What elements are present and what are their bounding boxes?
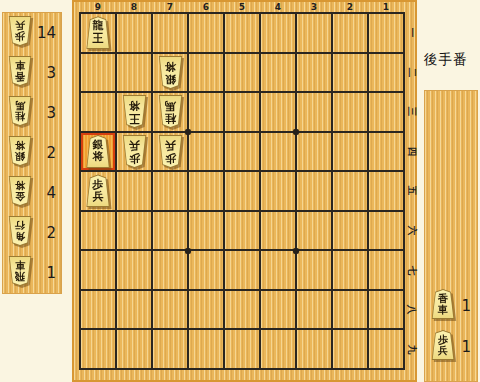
square-5-六[interactable] bbox=[225, 212, 259, 250]
square-5-五[interactable] bbox=[225, 172, 259, 210]
board-grid-wrap: 龍王銀将王将桂馬銀将歩兵歩兵歩兵 bbox=[79, 12, 405, 370]
gote-hand-count-knight: 3 bbox=[46, 104, 56, 122]
square-8-八[interactable] bbox=[117, 291, 151, 329]
sente-hand-item-lance[interactable]: 香車 1 bbox=[428, 288, 473, 324]
square-5-一[interactable] bbox=[225, 14, 259, 52]
gote-hand-count-pawn: 14 bbox=[37, 24, 56, 42]
square-7-四[interactable]: 歩兵 bbox=[153, 133, 187, 171]
square-4-八[interactable] bbox=[261, 291, 295, 329]
rank-label-1: 一 bbox=[406, 14, 418, 52]
square-9-五[interactable]: 歩兵 bbox=[81, 172, 115, 210]
star-point bbox=[293, 248, 299, 254]
square-8-六[interactable] bbox=[117, 212, 151, 250]
square-1-四[interactable] bbox=[369, 133, 403, 171]
gote-hand-item-knight[interactable]: 桂馬 3 bbox=[3, 93, 61, 133]
sente-hand-item-pawn[interactable]: 歩兵 1 bbox=[428, 329, 473, 365]
square-5-二[interactable] bbox=[225, 54, 259, 92]
square-9-三[interactable] bbox=[81, 93, 115, 131]
square-1-六[interactable] bbox=[369, 212, 403, 250]
star-point bbox=[185, 248, 191, 254]
square-2-二[interactable] bbox=[333, 54, 367, 92]
sente-hand-count-pawn: 1 bbox=[461, 338, 471, 356]
gote-hand-item-silver[interactable]: 銀将 2 bbox=[3, 133, 61, 173]
gote-hand-item-gold[interactable]: 金将 4 bbox=[3, 173, 61, 213]
gote-hand-count-bishop: 2 bbox=[46, 224, 56, 242]
gote-hand-count-rook: 1 bbox=[46, 264, 56, 282]
square-9-一[interactable]: 龍王 bbox=[81, 14, 115, 52]
square-3-三[interactable] bbox=[297, 93, 331, 131]
gote-hand-count-silver: 2 bbox=[46, 144, 56, 162]
square-2-四[interactable] bbox=[333, 133, 367, 171]
square-7-八[interactable] bbox=[153, 291, 187, 329]
square-8-二[interactable] bbox=[117, 54, 151, 92]
square-1-一[interactable] bbox=[369, 14, 403, 52]
square-5-三[interactable] bbox=[225, 93, 259, 131]
square-6-九[interactable] bbox=[189, 330, 223, 368]
square-7-九[interactable] bbox=[153, 330, 187, 368]
square-2-一[interactable] bbox=[333, 14, 367, 52]
gote-hand-item-lance[interactable]: 香車 3 bbox=[3, 53, 61, 93]
rank-label-9: 九 bbox=[406, 330, 418, 368]
piece-promoted-rook-sente[interactable]: 龍王 bbox=[85, 16, 112, 49]
square-4-四[interactable] bbox=[261, 133, 295, 171]
square-4-二[interactable] bbox=[261, 54, 295, 92]
square-7-七[interactable] bbox=[153, 251, 187, 289]
square-4-三[interactable] bbox=[261, 93, 295, 131]
square-1-三[interactable] bbox=[369, 93, 403, 131]
square-4-六[interactable] bbox=[261, 212, 295, 250]
square-7-五[interactable] bbox=[153, 172, 187, 210]
square-3-一[interactable] bbox=[297, 14, 331, 52]
rank-label-3: 三 bbox=[406, 93, 418, 131]
piece-pawn-gote[interactable]: 歩兵 bbox=[121, 135, 148, 168]
square-3-七[interactable] bbox=[297, 251, 331, 289]
square-2-三[interactable] bbox=[333, 93, 367, 131]
piece-knight-gote[interactable]: 桂馬 bbox=[157, 95, 184, 128]
piece-silver-sente[interactable]: 銀将 bbox=[85, 135, 112, 168]
turn-indicator: 後手番 bbox=[424, 51, 468, 69]
rank-label-6: 六 bbox=[406, 212, 418, 250]
square-9-八[interactable] bbox=[81, 291, 115, 329]
piece-gold-gote[interactable]: 金将 bbox=[7, 176, 33, 206]
star-point bbox=[185, 129, 191, 135]
square-9-二[interactable] bbox=[81, 54, 115, 92]
square-9-九[interactable] bbox=[81, 330, 115, 368]
square-6-七[interactable] bbox=[189, 251, 223, 289]
square-2-六[interactable] bbox=[333, 212, 367, 250]
gote-hand-count-gold: 4 bbox=[46, 184, 56, 202]
rank-label-8: 八 bbox=[406, 291, 418, 329]
piece-lance-gote[interactable]: 香車 bbox=[7, 56, 33, 86]
piece-rook-gote[interactable]: 飛車 bbox=[7, 256, 33, 286]
square-8-一[interactable] bbox=[117, 14, 151, 52]
square-4-五[interactable] bbox=[261, 172, 295, 210]
piece-pawn-gote[interactable]: 歩兵 bbox=[157, 135, 184, 168]
square-8-七[interactable] bbox=[117, 251, 151, 289]
square-5-七[interactable] bbox=[225, 251, 259, 289]
square-1-七[interactable] bbox=[369, 251, 403, 289]
gote-hand-item-pawn[interactable]: 歩兵 14 bbox=[3, 13, 61, 53]
square-7-三[interactable]: 桂馬 bbox=[153, 93, 187, 131]
gote-hand-count-lance: 3 bbox=[46, 64, 56, 82]
square-2-九[interactable] bbox=[333, 330, 367, 368]
gote-hand-tray: 歩兵 14 香車 3 桂馬 3 銀将 2 金将 4 角行 2 飛車 1 bbox=[2, 12, 62, 294]
rank-label-7: 七 bbox=[406, 251, 418, 289]
rank-label-5: 五 bbox=[406, 172, 418, 210]
square-8-四[interactable]: 歩兵 bbox=[117, 133, 151, 171]
square-1-二[interactable] bbox=[369, 54, 403, 92]
piece-king-gote[interactable]: 王将 bbox=[121, 95, 148, 128]
square-4-七[interactable] bbox=[261, 251, 295, 289]
square-8-三[interactable]: 王将 bbox=[117, 93, 151, 131]
square-6-四[interactable] bbox=[189, 133, 223, 171]
square-7-二[interactable]: 銀将 bbox=[153, 54, 187, 92]
square-6-五[interactable] bbox=[189, 172, 223, 210]
rank-labels: 一二三四五六七八九 bbox=[406, 12, 418, 370]
square-3-八[interactable] bbox=[297, 291, 331, 329]
piece-bishop-gote[interactable]: 角行 bbox=[7, 216, 33, 246]
file-labels: 987654321 bbox=[79, 2, 405, 12]
square-2-八[interactable] bbox=[333, 291, 367, 329]
piece-pawn-sente[interactable]: 歩兵 bbox=[85, 174, 112, 207]
square-3-六[interactable] bbox=[297, 212, 331, 250]
rank-label-4: 四 bbox=[406, 133, 418, 171]
square-4-九[interactable] bbox=[261, 330, 295, 368]
square-1-九[interactable] bbox=[369, 330, 403, 368]
gote-hand-item-bishop[interactable]: 角行 2 bbox=[3, 213, 61, 253]
board-grid: 龍王銀将王将桂馬銀将歩兵歩兵歩兵 bbox=[79, 12, 405, 370]
square-9-六[interactable] bbox=[81, 212, 115, 250]
square-6-六[interactable] bbox=[189, 212, 223, 250]
square-7-六[interactable] bbox=[153, 212, 187, 250]
square-9-四[interactable]: 銀将 bbox=[81, 133, 115, 171]
piece-silver-gote[interactable]: 銀将 bbox=[157, 56, 184, 89]
piece-knight-gote[interactable]: 桂馬 bbox=[7, 96, 33, 126]
piece-pawn-gote[interactable]: 歩兵 bbox=[7, 16, 33, 46]
square-8-五[interactable] bbox=[117, 172, 151, 210]
square-3-九[interactable] bbox=[297, 330, 331, 368]
shogi-board-panel: 987654321 龍王銀将王将桂馬銀将歩兵歩兵歩兵 一二三四五六七八九 bbox=[72, 0, 417, 382]
square-7-一[interactable] bbox=[153, 14, 187, 52]
square-5-四[interactable] bbox=[225, 133, 259, 171]
square-6-八[interactable] bbox=[189, 291, 223, 329]
square-3-四[interactable] bbox=[297, 133, 331, 171]
rank-label-2: 二 bbox=[406, 54, 418, 92]
square-8-九[interactable] bbox=[117, 330, 151, 368]
square-5-八[interactable] bbox=[225, 291, 259, 329]
gote-hand-item-rook[interactable]: 飛車 1 bbox=[3, 253, 61, 293]
square-5-九[interactable] bbox=[225, 330, 259, 368]
piece-pawn-sente[interactable]: 歩兵 bbox=[430, 330, 456, 360]
sente-hand-tray: 香車 1 歩兵 1 bbox=[424, 90, 478, 382]
square-4-一[interactable] bbox=[261, 14, 295, 52]
square-1-八[interactable] bbox=[369, 291, 403, 329]
square-6-一[interactable] bbox=[189, 14, 223, 52]
square-3-五[interactable] bbox=[297, 172, 331, 210]
square-1-五[interactable] bbox=[369, 172, 403, 210]
star-point bbox=[293, 129, 299, 135]
square-6-三[interactable] bbox=[189, 93, 223, 131]
square-9-七[interactable] bbox=[81, 251, 115, 289]
square-2-五[interactable] bbox=[333, 172, 367, 210]
square-3-二[interactable] bbox=[297, 54, 331, 92]
piece-lance-sente[interactable]: 香車 bbox=[430, 289, 456, 319]
sente-hand-count-lance: 1 bbox=[461, 297, 471, 315]
square-6-二[interactable] bbox=[189, 54, 223, 92]
square-2-七[interactable] bbox=[333, 251, 367, 289]
piece-silver-gote[interactable]: 銀将 bbox=[7, 136, 33, 166]
